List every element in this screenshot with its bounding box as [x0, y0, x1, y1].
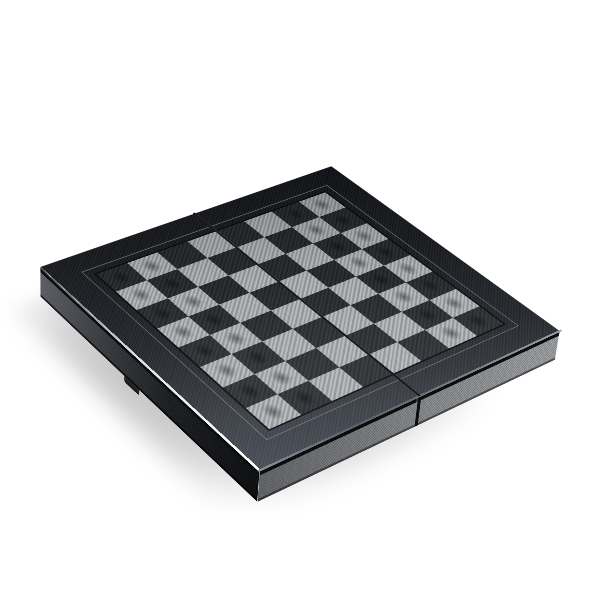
white-rook-icon: ♜	[246, 343, 300, 415]
fold-seam-side	[415, 395, 422, 427]
chess-board-box: ♜♞♝♛♚♝♞♜♟♟♟♟♟♟♟♟♟♟♟♟♟♟♟♟♜♞♝♛♚♝♞♜	[40, 166, 559, 470]
perspective-scene: ♜♞♝♛♚♝♞♜♟♟♟♟♟♟♟♟♟♟♟♟♟♟♟♟♜♞♝♛♚♝♞♜	[0, 0, 600, 600]
black-pawn-icon: ♟	[430, 282, 471, 337]
product-photo-stage: Folding carbon-fiber chess box opened fl…	[0, 0, 600, 600]
